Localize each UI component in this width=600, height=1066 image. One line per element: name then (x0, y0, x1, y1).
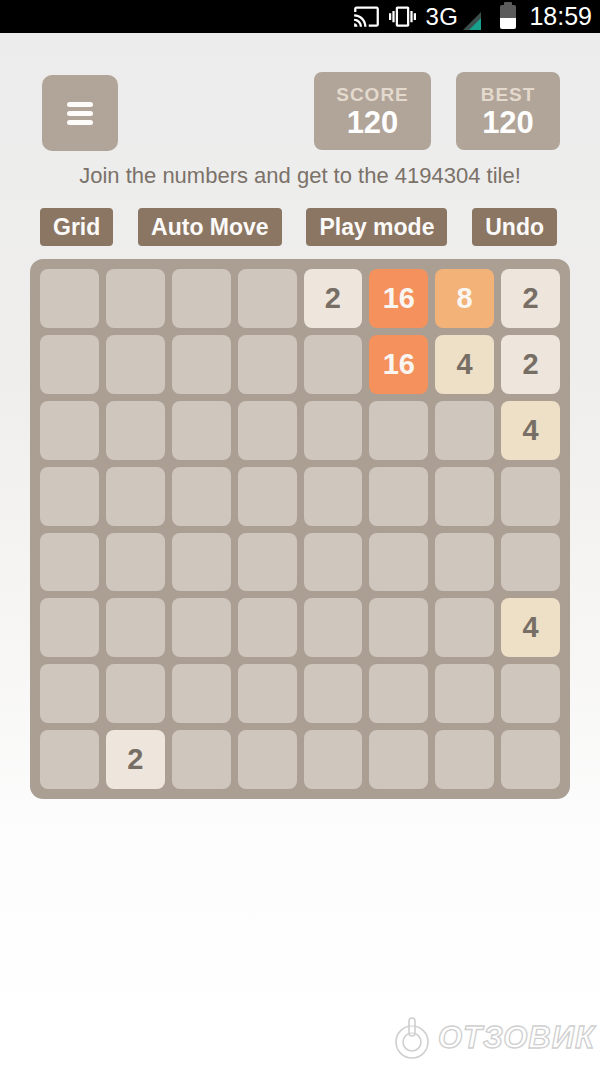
empty-cell (40, 598, 99, 657)
empty-cell (304, 730, 363, 789)
empty-cell (106, 598, 165, 657)
best-value: 120 (482, 106, 534, 140)
status-bar: 3G 18:59 (0, 0, 600, 33)
best-box: BEST 120 (456, 72, 560, 150)
empty-cell (369, 730, 428, 789)
watermark: ОТЗОВИК (389, 1014, 595, 1062)
tile-2: 2 (501, 335, 560, 394)
score-value: 120 (347, 106, 399, 140)
empty-cell (501, 664, 560, 723)
empty-cell (172, 598, 231, 657)
empty-cell (304, 533, 363, 592)
empty-cell (172, 269, 231, 328)
empty-cell (40, 664, 99, 723)
empty-cell (435, 664, 494, 723)
tile-2: 2 (304, 269, 363, 328)
empty-cell (172, 467, 231, 526)
signal-icon (463, 12, 481, 30)
empty-cell (501, 467, 560, 526)
menu-button[interactable] (42, 75, 118, 151)
empty-cell (238, 730, 297, 789)
empty-cell (106, 467, 165, 526)
play-mode-button[interactable]: Play mode (306, 208, 447, 246)
empty-cell (369, 401, 428, 460)
vibrate-icon (389, 3, 416, 30)
best-label: BEST (481, 84, 536, 106)
empty-cell (304, 467, 363, 526)
empty-cell (304, 401, 363, 460)
network-type-label: 3G (425, 3, 458, 31)
empty-cell (238, 533, 297, 592)
tile-8: 8 (435, 269, 494, 328)
board-grid[interactable]: 216821642442 (30, 259, 570, 799)
empty-cell (40, 269, 99, 328)
empty-cell (172, 533, 231, 592)
empty-cell (369, 664, 428, 723)
empty-cell (501, 533, 560, 592)
empty-cell (369, 598, 428, 657)
tile-2: 2 (106, 730, 165, 789)
hamburger-icon (67, 102, 93, 125)
score-box: SCORE 120 (314, 72, 431, 150)
empty-cell (369, 467, 428, 526)
tile-16: 16 (369, 335, 428, 394)
cast-icon (353, 3, 380, 30)
empty-cell (238, 467, 297, 526)
empty-cell (238, 598, 297, 657)
empty-cell (106, 269, 165, 328)
power-button-icon (389, 1014, 435, 1062)
empty-cell (238, 269, 297, 328)
empty-cell (304, 598, 363, 657)
battery-icon (500, 5, 516, 29)
empty-cell (172, 664, 231, 723)
tile-2: 2 (501, 269, 560, 328)
empty-cell (369, 533, 428, 592)
empty-cell (172, 401, 231, 460)
empty-cell (238, 335, 297, 394)
empty-cell (435, 401, 494, 460)
tile-16: 16 (369, 269, 428, 328)
empty-cell (172, 730, 231, 789)
empty-cell (304, 335, 363, 394)
empty-cell (40, 730, 99, 789)
empty-cell (435, 598, 494, 657)
empty-cell (40, 335, 99, 394)
score-label: SCORE (336, 84, 409, 106)
app-screen: 3G 18:59 SCORE 120 BEST 120 Join the num… (0, 0, 600, 1066)
tile-4: 4 (501, 401, 560, 460)
empty-cell (172, 335, 231, 394)
empty-cell (106, 664, 165, 723)
empty-cell (435, 467, 494, 526)
auto-move-button[interactable]: Auto Move (138, 208, 282, 246)
game-subtitle: Join the numbers and get to the 4194304 … (0, 163, 600, 189)
empty-cell (304, 664, 363, 723)
watermark-text: ОТЗОВИК (438, 1020, 595, 1056)
empty-cell (435, 533, 494, 592)
empty-cell (435, 730, 494, 789)
empty-cell (238, 664, 297, 723)
tile-4: 4 (435, 335, 494, 394)
undo-button[interactable]: Undo (472, 208, 557, 246)
tile-4: 4 (501, 598, 560, 657)
empty-cell (106, 335, 165, 394)
toolbar: Grid Auto Move Play mode Undo (40, 208, 557, 246)
empty-cell (106, 533, 165, 592)
empty-cell (501, 730, 560, 789)
empty-cell (238, 401, 297, 460)
empty-cell (40, 401, 99, 460)
empty-cell (40, 467, 99, 526)
empty-cell (106, 401, 165, 460)
status-time: 18:59 (529, 2, 592, 31)
grid-button[interactable]: Grid (40, 208, 113, 246)
empty-cell (40, 533, 99, 592)
